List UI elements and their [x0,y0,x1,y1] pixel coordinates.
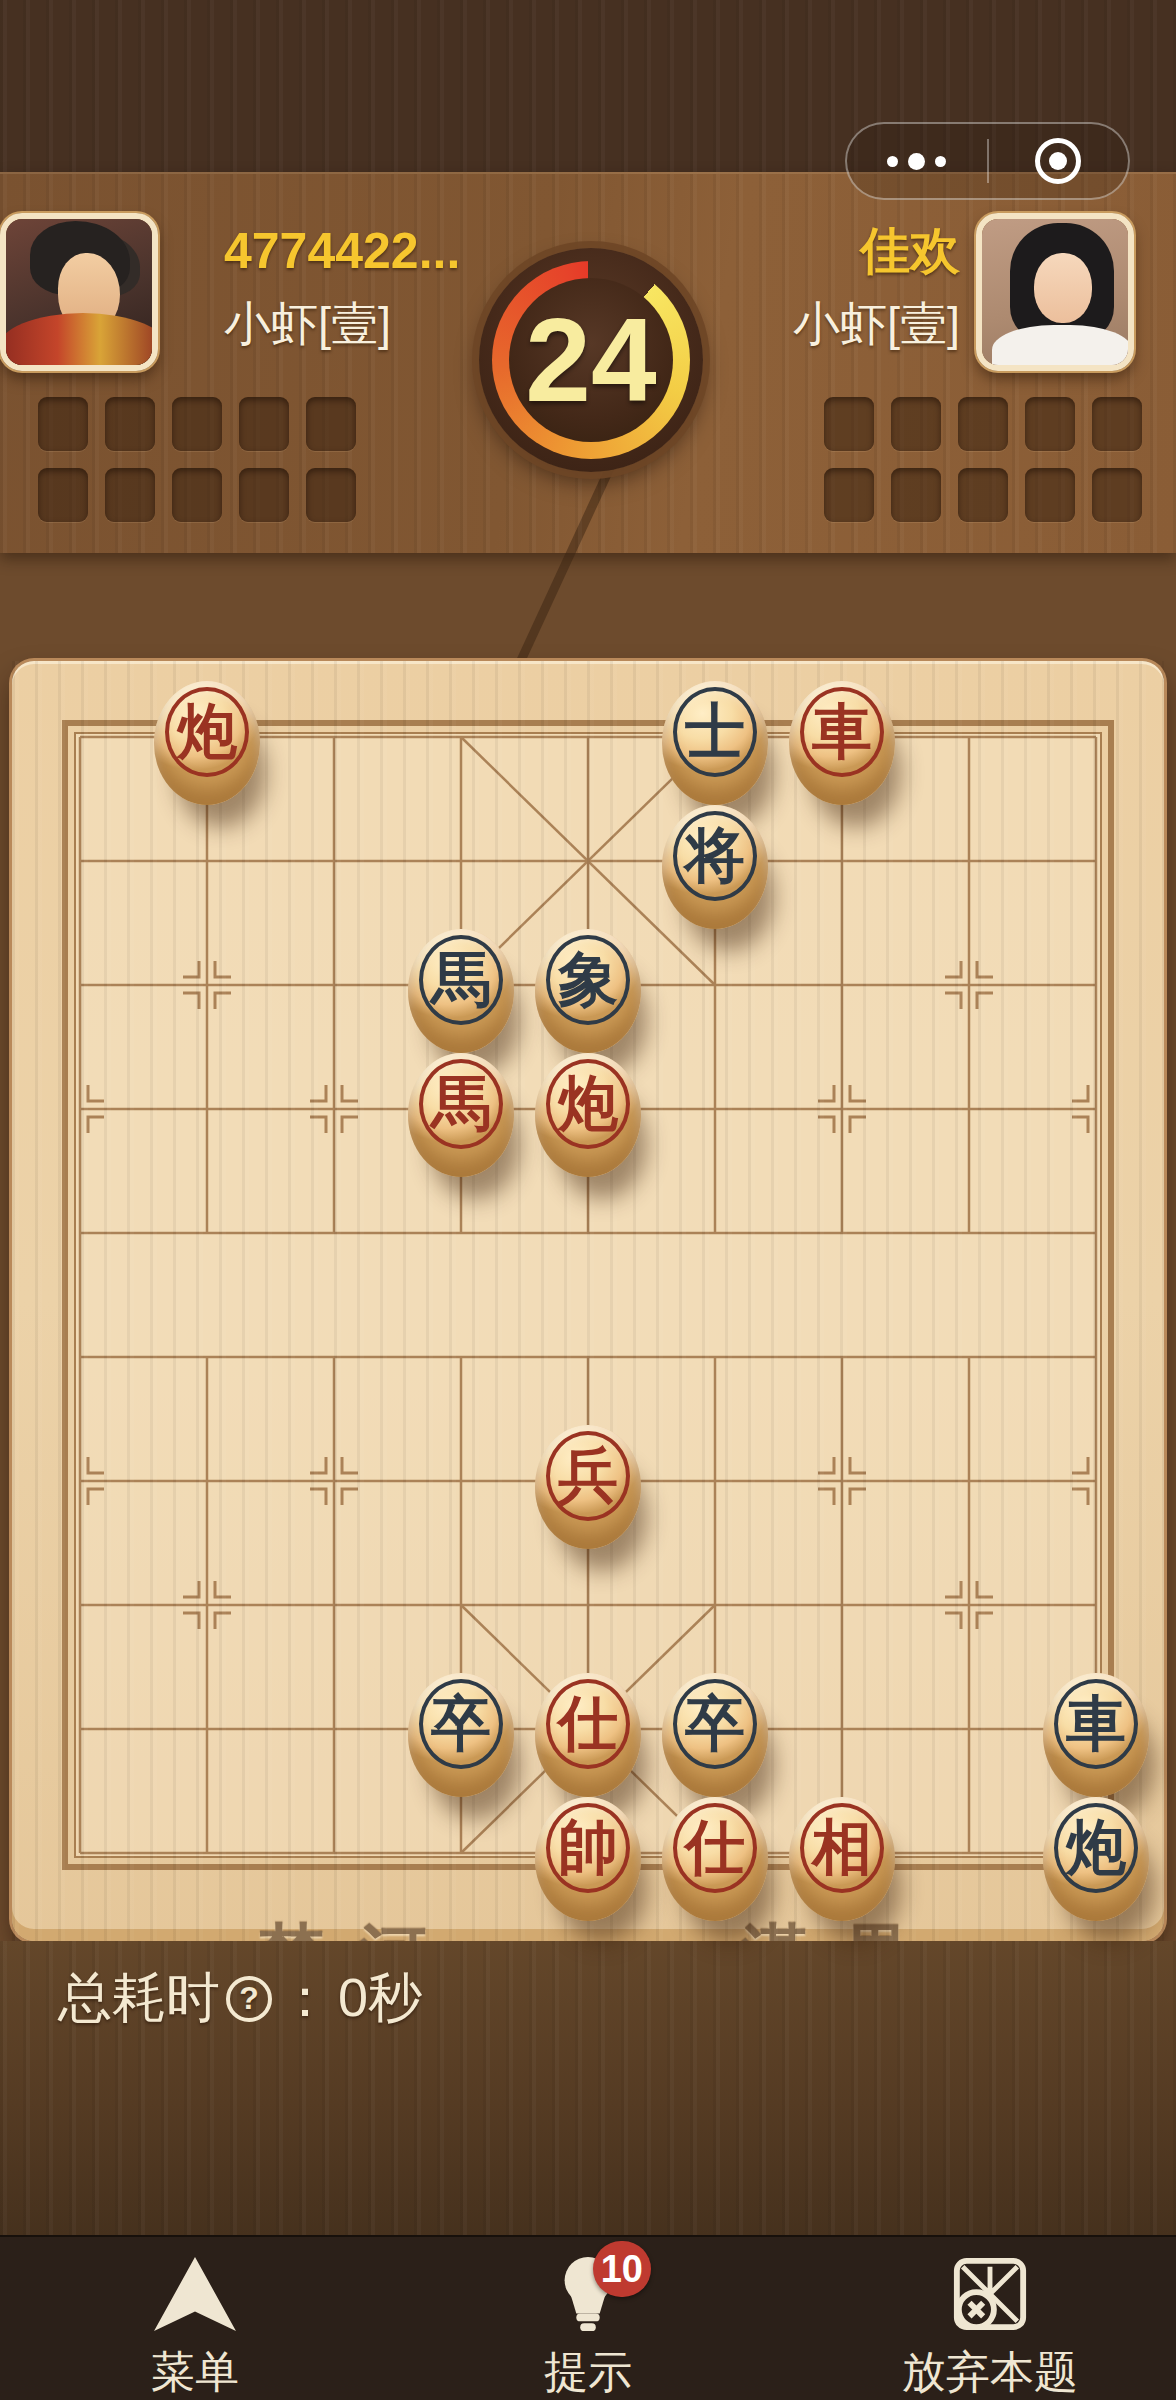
tray-slot [891,397,941,451]
tray-slot [1092,468,1142,522]
tray-slot [958,397,1008,451]
help-icon[interactable]: ? [226,1976,272,2022]
menu-button[interactable]: 菜单 [45,2255,345,2400]
tray-slot [1025,397,1075,451]
piece-red-馬[interactable]: 馬 [408,1053,514,1177]
piece-red-炮[interactable]: 炮 [154,681,260,805]
xiangqi-board[interactable]: 楚河 漢界 炮士車将馬象馬炮兵卒仕卒車帥仕相炮 [12,661,1164,1941]
left-player-rank: 小虾[壹] [224,296,391,352]
total-time-row: 总耗时 ? ： 0秒 [58,1962,422,2035]
piece-black-卒[interactable]: 卒 [408,1673,514,1797]
total-time-label: 总耗时 [58,1962,220,2035]
tray-slot [172,397,222,451]
piece-red-相[interactable]: 相 [789,1797,895,1921]
piece-red-帥[interactable]: 帥 [535,1797,641,1921]
piece-red-車[interactable]: 車 [789,681,895,805]
right-captured-tray [824,397,1142,522]
tray-slot [306,397,356,451]
tray-slot [1092,397,1142,451]
piece-red-仕[interactable]: 仕 [662,1797,768,1921]
tray-slot [105,468,155,522]
timer-seconds: 24 [479,248,703,472]
right-player-avatar[interactable] [976,213,1134,371]
piece-black-卒[interactable]: 卒 [662,1673,768,1797]
tray-slot [1025,468,1075,522]
more-icon [887,156,898,167]
tray-slot [824,397,874,451]
piece-black-馬[interactable]: 馬 [408,929,514,1053]
piece-black-車[interactable]: 車 [1043,1673,1149,1797]
more-button[interactable] [847,124,987,198]
tray-slot [239,468,289,522]
tray-slot [824,468,874,522]
piece-red-仕[interactable]: 仕 [535,1673,641,1797]
tray-slot [172,468,222,522]
piece-red-兵[interactable]: 兵 [535,1425,641,1549]
hint-count-badge: 10 [593,2241,651,2297]
close-button[interactable] [989,124,1129,198]
abandon-board-icon [951,2255,1029,2333]
bottom-nav: 菜单 10 提示 [0,2235,1176,2400]
tray-slot [306,468,356,522]
piece-red-炮[interactable]: 炮 [535,1053,641,1177]
piece-black-象[interactable]: 象 [535,929,641,1053]
left-player-name: 4774422... [224,222,460,280]
tray-slot [239,397,289,451]
app-screen: 4774422... 小虾[壹] 佳欢 小虾[壹] 24 楚河 漢界 炮士車将馬… [0,0,1176,2400]
piece-black-将[interactable]: 将 [662,805,768,929]
miniprogram-capsule [845,122,1130,200]
move-timer: 24 [479,248,703,472]
right-player-rank: 小虾[壹] [793,296,960,352]
tray-slot [105,397,155,451]
piece-black-炮[interactable]: 炮 [1043,1797,1149,1921]
exit-target-icon [1035,138,1081,184]
piece-black-士[interactable]: 士 [662,681,768,805]
left-captured-tray [38,397,356,522]
tray-slot [891,468,941,522]
tray-slot [38,397,88,451]
total-time-value: 0秒 [338,1962,422,2035]
abandon-button[interactable]: 放弃本题 [840,2255,1140,2400]
menu-arrow-icon [149,2255,241,2333]
hint-button[interactable]: 10 提示 [438,2255,738,2400]
left-player-avatar[interactable] [0,213,158,371]
right-player-name: 佳欢 [860,222,960,280]
tray-slot [958,468,1008,522]
tray-slot [38,468,88,522]
